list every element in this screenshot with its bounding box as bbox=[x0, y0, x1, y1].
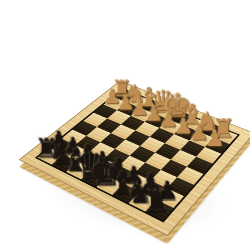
piece-white-pawn-e2[interactable]: ♟ bbox=[159, 109, 178, 130]
square-c3[interactable] bbox=[121, 116, 145, 131]
piece-white-pawn-b2[interactable]: ♟ bbox=[117, 92, 135, 112]
square-c4[interactable] bbox=[111, 124, 135, 139]
chess-board: ♜♞♝♛♚♝♞♜♟♟♟♟♟♟♟♟♟♟♟♟♟♟♟♟♜♞♝♛♚♝♞♜ bbox=[19, 81, 250, 237]
piece-white-knight-b1[interactable]: ♞ bbox=[124, 81, 146, 106]
chess-set-photo: ♜♞♝♛♚♝♞♜♟♟♟♟♟♟♟♟♟♟♟♟♟♟♟♟♜♞♝♛♚♝♞♜ bbox=[0, 0, 250, 250]
piece-white-king-e1[interactable]: ♚ bbox=[163, 90, 193, 123]
square-b3[interactable] bbox=[107, 110, 131, 124]
square-d2[interactable] bbox=[145, 113, 169, 127]
square-b1[interactable] bbox=[127, 95, 150, 108]
square-d3[interactable] bbox=[135, 122, 159, 137]
square-f2[interactable] bbox=[174, 125, 198, 140]
square-f1[interactable] bbox=[183, 117, 207, 132]
square-a3[interactable] bbox=[94, 105, 117, 119]
square-d4[interactable] bbox=[125, 130, 150, 146]
square-c1[interactable] bbox=[140, 100, 163, 114]
piece-white-pawn-f2[interactable]: ♟ bbox=[174, 115, 193, 137]
piece-white-pawn-a2[interactable]: ♟ bbox=[103, 87, 121, 107]
square-a2[interactable] bbox=[104, 97, 127, 110]
piece-white-pawn-h2[interactable]: ♟ bbox=[205, 128, 225, 150]
square-a4[interactable] bbox=[83, 113, 107, 127]
piece-white-bishop-c1[interactable]: ♝ bbox=[137, 84, 161, 111]
square-d1[interactable] bbox=[154, 105, 177, 119]
square-a1[interactable] bbox=[113, 89, 135, 102]
piece-white-rook-a1[interactable]: ♜ bbox=[111, 76, 132, 99]
square-e1[interactable] bbox=[168, 111, 191, 125]
square-b2[interactable] bbox=[117, 102, 140, 116]
piece-black-rook-h8[interactable]: ♜ bbox=[143, 186, 170, 216]
piece-white-queen-d1[interactable]: ♛ bbox=[149, 86, 177, 117]
square-e2[interactable] bbox=[159, 119, 183, 134]
square-b4[interactable] bbox=[97, 118, 121, 133]
square-c2[interactable] bbox=[131, 108, 154, 122]
board-stack: ♜♞♝♛♚♝♞♜♟♟♟♟♟♟♟♟♟♟♟♟♟♟♟♟♜♞♝♛♚♝♞♜ bbox=[55, 61, 225, 231]
square-e3[interactable] bbox=[150, 128, 174, 143]
piece-white-pawn-c2[interactable]: ♟ bbox=[130, 98, 149, 119]
piece-white-pawn-d2[interactable]: ♟ bbox=[144, 104, 163, 125]
piece-white-bishop-f1[interactable]: ♝ bbox=[180, 101, 205, 129]
scene: ♜♞♝♛♚♝♞♜♟♟♟♟♟♟♟♟♟♟♟♟♟♟♟♟♜♞♝♛♚♝♞♜ bbox=[0, 0, 250, 250]
